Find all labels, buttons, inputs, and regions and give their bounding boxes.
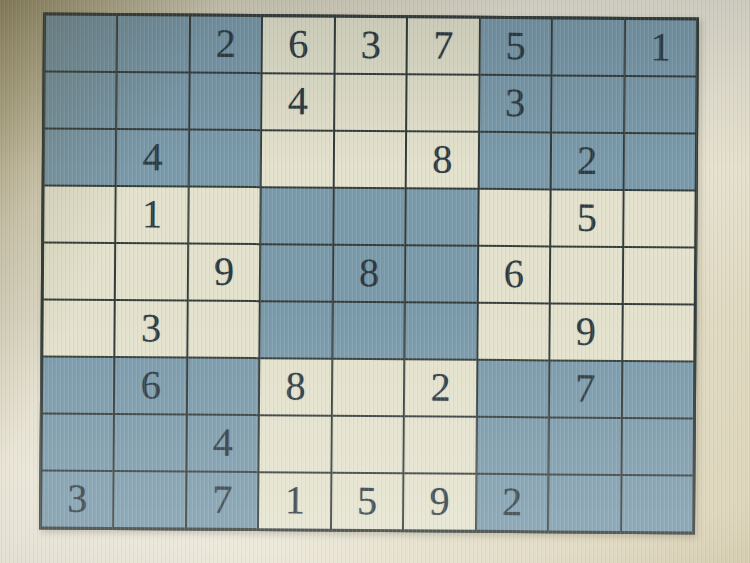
cell-r5c4[interactable] (261, 245, 332, 301)
cell-r8c3[interactable]: 4 (187, 416, 258, 472)
given-digit: 3 (141, 308, 161, 348)
cell-r6c9[interactable] (623, 305, 694, 361)
cell-r8c9[interactable] (622, 419, 693, 475)
cell-r9c7[interactable]: 2 (477, 475, 548, 531)
cell-r2c8[interactable] (552, 76, 623, 132)
cell-r1c8[interactable] (553, 19, 624, 75)
given-digit: 9 (214, 251, 234, 291)
given-digit: 7 (212, 479, 232, 519)
cell-r5c5[interactable]: 8 (334, 246, 405, 302)
cell-r3c6[interactable]: 8 (407, 132, 478, 188)
cell-r9c5[interactable]: 5 (332, 474, 403, 530)
given-digit: 1 (142, 194, 162, 234)
cell-r7c5[interactable] (333, 360, 404, 416)
cell-r4c5[interactable] (334, 189, 405, 245)
cell-r8c8[interactable] (550, 418, 621, 474)
sudoku-board: 26375143482159863968274371592 (39, 12, 699, 534)
given-digit: 5 (357, 480, 377, 520)
given-digit: 1 (650, 27, 670, 67)
cell-r5c6[interactable] (406, 246, 477, 302)
cell-r2c1[interactable] (45, 72, 116, 128)
cell-r8c6[interactable] (405, 417, 476, 473)
cell-r9c3[interactable]: 7 (187, 473, 258, 529)
cell-r4c3[interactable] (189, 188, 260, 244)
cell-r1c6[interactable]: 7 (408, 18, 479, 74)
given-digit: 2 (216, 23, 236, 63)
cell-r7c7[interactable] (478, 361, 549, 417)
cell-r2c9[interactable] (625, 77, 696, 133)
cell-r6c7[interactable] (478, 304, 549, 360)
cell-r5c8[interactable] (551, 247, 622, 303)
cell-r9c4[interactable]: 1 (259, 473, 330, 529)
given-digit: 1 (285, 480, 305, 520)
cell-r2c2[interactable] (118, 73, 189, 129)
cell-r1c9[interactable]: 1 (625, 20, 696, 76)
cell-r1c5[interactable]: 3 (335, 18, 406, 74)
given-digit: 7 (575, 368, 595, 408)
cell-r1c1[interactable] (46, 15, 117, 71)
cell-r8c2[interactable] (115, 415, 186, 471)
cell-r2c5[interactable] (335, 75, 406, 131)
cell-r6c1[interactable] (43, 300, 114, 356)
cell-r9c1[interactable]: 3 (42, 471, 113, 527)
given-digit: 6 (504, 254, 524, 294)
cell-r1c7[interactable]: 5 (480, 19, 551, 75)
cell-r5c9[interactable] (623, 248, 694, 304)
cell-r8c4[interactable] (260, 416, 331, 472)
given-digit: 5 (577, 197, 597, 237)
cell-r7c6[interactable]: 2 (405, 360, 476, 416)
cell-r7c3[interactable] (188, 359, 259, 415)
given-digit: 6 (288, 24, 308, 64)
given-digit: 4 (288, 81, 308, 121)
cell-r6c3[interactable] (188, 302, 259, 358)
cell-r4c6[interactable] (406, 189, 477, 245)
cell-r9c6[interactable]: 9 (404, 474, 475, 530)
given-digit: 2 (430, 367, 450, 407)
cell-r8c5[interactable] (332, 417, 403, 473)
given-digit: 8 (359, 252, 379, 292)
cell-r3c7[interactable] (479, 133, 550, 189)
cell-r6c6[interactable] (406, 303, 477, 359)
cell-r5c7[interactable]: 6 (478, 247, 549, 303)
cell-r9c8[interactable] (549, 475, 620, 531)
cell-r6c2[interactable]: 3 (116, 301, 187, 357)
photo-background: 26375143482159863968274371592 (0, 0, 750, 563)
cell-r2c3[interactable] (190, 74, 261, 130)
cell-r1c3[interactable]: 2 (190, 17, 261, 73)
given-digit: 3 (505, 83, 525, 123)
cell-r3c8[interactable]: 2 (552, 133, 623, 189)
cell-r8c7[interactable] (477, 418, 548, 474)
cell-r2c4[interactable]: 4 (262, 74, 333, 130)
given-digit: 3 (67, 478, 87, 518)
cell-r3c1[interactable] (45, 129, 116, 185)
cell-r2c6[interactable] (407, 75, 478, 131)
cell-r4c4[interactable] (262, 188, 333, 244)
given-digit: 2 (577, 140, 597, 180)
cell-r3c9[interactable] (624, 134, 695, 190)
cell-r6c5[interactable] (333, 303, 404, 359)
cell-r3c4[interactable] (262, 131, 333, 187)
cell-r1c2[interactable] (118, 16, 189, 72)
cell-r7c9[interactable] (622, 362, 693, 418)
given-digit: 9 (576, 311, 596, 351)
given-digit: 8 (286, 366, 306, 406)
cell-r7c4[interactable]: 8 (260, 359, 331, 415)
given-digit: 4 (213, 422, 233, 462)
given-digit: 9 (429, 481, 449, 521)
cell-r9c9[interactable] (622, 476, 693, 532)
cell-r9c2[interactable] (114, 472, 185, 528)
cell-r4c9[interactable] (624, 191, 695, 247)
given-digit: 8 (432, 139, 452, 179)
cell-r2c7[interactable]: 3 (480, 76, 551, 132)
cell-r7c2[interactable]: 6 (115, 358, 186, 414)
cell-r3c3[interactable] (190, 131, 261, 187)
cell-r7c1[interactable] (43, 357, 114, 413)
cell-r4c8[interactable]: 5 (551, 190, 622, 246)
cell-r7c8[interactable]: 7 (550, 361, 621, 417)
cell-r4c2[interactable]: 1 (117, 187, 188, 243)
cell-r5c3[interactable]: 9 (189, 245, 260, 301)
cell-r6c4[interactable] (261, 302, 332, 358)
cell-r4c7[interactable] (479, 190, 550, 246)
cell-r5c2[interactable] (116, 244, 187, 300)
cell-r1c4[interactable]: 6 (263, 17, 334, 73)
cell-r3c5[interactable] (334, 132, 405, 188)
given-digit: 5 (506, 26, 526, 66)
cell-r6c8[interactable]: 9 (550, 304, 621, 360)
cell-r5c1[interactable] (44, 243, 115, 299)
given-digit: 6 (141, 365, 161, 405)
cell-r3c2[interactable]: 4 (117, 130, 188, 186)
given-digit: 2 (502, 482, 522, 522)
given-digit: 4 (142, 137, 162, 177)
given-digit: 3 (361, 24, 381, 64)
given-digit: 7 (433, 25, 453, 65)
cell-r4c1[interactable] (44, 186, 115, 242)
cell-r8c1[interactable] (42, 414, 113, 470)
